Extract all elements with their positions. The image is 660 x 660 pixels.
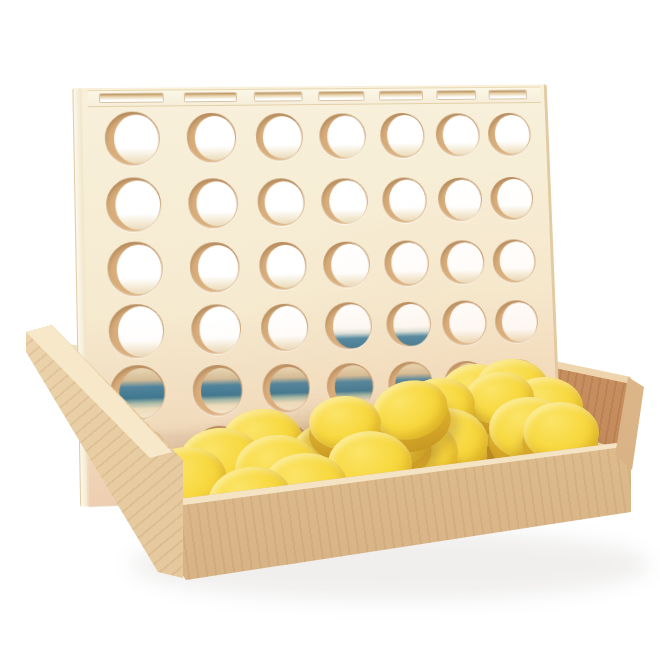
cell-col2-row1[interactable] [175,105,248,171]
hole-opening [494,115,530,154]
hole-opening [445,179,482,220]
hole-opening [501,302,537,342]
hole-col4-row2 [321,178,369,225]
hole-col3-row1 [255,113,303,160]
hole-col3-row3 [259,242,308,290]
hole-col7-row4 [495,300,539,344]
hole-col7-row2 [490,177,534,220]
hole-col3-row4 [260,303,309,352]
hole-col1-row3 [107,241,163,296]
hole-col5-row4 [385,301,431,348]
connect-four-scene [0,0,660,660]
hole-opening [196,181,238,227]
cell-col7-row3[interactable] [488,230,541,292]
hole-col1-row5 [110,365,166,421]
hole-opening [116,244,162,295]
hole-opening [328,180,367,223]
yellow-disc[interactable] [204,461,296,538]
hole-col5-row3 [383,240,429,286]
drop-slot-column-6[interactable] [437,91,476,99]
cell-col1-row4[interactable] [92,299,181,363]
hole-col5-row1 [379,113,425,158]
cell-col3-row3[interactable] [250,234,317,297]
cell-col3-row2[interactable] [248,169,315,236]
cell-col7-row2[interactable] [486,166,539,231]
drop-slot-column-2[interactable] [185,93,236,101]
hole-col2-row3 [189,242,240,292]
hole-opening [200,367,242,414]
hole-col2-row4 [191,304,242,355]
drop-slot-column-7[interactable] [490,91,526,99]
hole-opening [266,244,306,288]
hole-col6-row1 [435,113,480,157]
cell-col3-row1[interactable] [246,104,312,170]
hole-opening [449,303,486,344]
hole-opening [197,245,239,291]
hole-opening [499,241,535,281]
cell-col1-row1[interactable] [88,105,177,172]
hole-opening [442,115,479,155]
hole-opening [270,366,310,411]
drop-slot-column-5[interactable] [380,91,422,99]
cell-col3-row4[interactable] [251,296,318,359]
drop-slot-column-4[interactable] [319,92,364,100]
cell-col5-row4[interactable] [379,293,439,355]
hole-opening [117,306,163,357]
drop-slot-column-1[interactable] [100,94,163,102]
hole-col2-row5 [192,365,243,416]
hole-opening [389,180,427,222]
cell-col6-row3[interactable] [434,231,490,293]
hole-opening [326,115,365,158]
hole-opening [118,367,164,419]
hole-col7-row3 [492,239,536,283]
cell-col1-row5[interactable] [93,361,182,425]
cell-col4-row2[interactable] [312,168,376,234]
hole-col3-row5 [262,364,311,413]
hole-opening [330,243,369,287]
hole-col4-row3 [323,241,371,289]
hole-opening [268,305,308,350]
hole-opening [263,116,303,160]
hole-col1-row2 [106,177,162,232]
cell-col2-row2[interactable] [177,170,250,237]
hole-col5-row2 [381,177,427,223]
hole-opening [115,180,161,230]
cell-col6-row1[interactable] [430,103,486,168]
hole-col6-row4 [442,300,487,345]
cell-col7-row4[interactable] [490,291,543,352]
hole-col2-row2 [188,178,239,228]
cell-col1-row2[interactable] [89,171,178,239]
cell-col2-row3[interactable] [178,236,251,300]
cell-col2-row4[interactable] [180,298,253,361]
cell-col4-row3[interactable] [314,233,378,296]
hole-col7-row1 [488,113,531,156]
cell-col7-row1[interactable] [483,102,535,167]
hole-col4-row4 [324,302,372,350]
hole-opening [332,304,371,348]
hole-opening [264,181,304,225]
hole-opening [199,306,241,353]
cell-col5-row1[interactable] [372,103,432,168]
hole-col2-row1 [186,113,237,162]
hole-opening [447,242,484,283]
cell-col5-row3[interactable] [377,232,437,295]
cell-col6-row2[interactable] [432,167,488,233]
yellow-disc[interactable] [521,400,600,464]
board-left-edge [72,88,89,506]
hole-col1-row1 [104,112,160,166]
hole-opening [194,115,236,160]
cell-col5-row2[interactable] [375,167,435,233]
hole-opening [113,114,159,164]
hole-opening [391,243,429,285]
hole-opening [387,115,425,157]
cell-col4-row4[interactable] [316,295,380,357]
hole-opening [393,303,431,346]
cell-col6-row4[interactable] [437,292,493,354]
hole-opening [497,179,533,219]
cell-col4-row1[interactable] [311,104,375,170]
hole-col4-row1 [319,113,367,160]
hole-col1-row4 [108,303,164,359]
hole-col6-row2 [438,177,483,221]
hole-col3-row2 [257,178,306,226]
cell-col1-row3[interactable] [91,237,180,301]
hole-col6-row3 [440,240,485,285]
drop-slot-column-3[interactable] [255,92,302,100]
